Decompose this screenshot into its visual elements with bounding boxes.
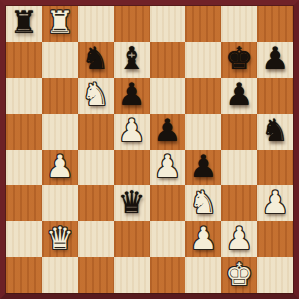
square-c3[interactable] <box>78 185 114 221</box>
piece-white-rook[interactable]: ♜ <box>46 7 74 38</box>
square-c2[interactable] <box>78 221 114 257</box>
square-f6[interactable] <box>185 78 221 114</box>
square-a2[interactable] <box>6 221 42 257</box>
square-f3[interactable]: ♞ <box>185 185 221 221</box>
square-b2[interactable]: ♛ <box>42 221 78 257</box>
square-f4[interactable]: ♟ <box>185 150 221 186</box>
square-g3[interactable] <box>221 185 257 221</box>
piece-white-pawn[interactable]: ♟ <box>154 151 182 182</box>
square-b6[interactable] <box>42 78 78 114</box>
square-d4[interactable] <box>114 150 150 186</box>
square-a8[interactable]: ♜ <box>6 6 42 42</box>
square-e4[interactable]: ♟ <box>150 150 186 186</box>
chess-board-frame: ♜♜♞♝♚♟♞♟♟♟♟♞♟♟♟♛♞♟♛♟♟♚ <box>0 0 299 299</box>
square-a3[interactable] <box>6 185 42 221</box>
piece-black-pawn[interactable]: ♟ <box>189 151 217 182</box>
square-h4[interactable] <box>257 150 293 186</box>
square-d2[interactable] <box>114 221 150 257</box>
square-f5[interactable] <box>185 114 221 150</box>
piece-black-knight[interactable]: ♞ <box>261 115 289 146</box>
square-f1[interactable] <box>185 257 221 293</box>
square-c5[interactable] <box>78 114 114 150</box>
square-f2[interactable]: ♟ <box>185 221 221 257</box>
piece-black-pawn[interactable]: ♟ <box>154 115 182 146</box>
square-d6[interactable]: ♟ <box>114 78 150 114</box>
square-f8[interactable] <box>185 6 221 42</box>
square-h3[interactable]: ♟ <box>257 185 293 221</box>
square-b5[interactable] <box>42 114 78 150</box>
piece-white-knight[interactable]: ♞ <box>189 187 217 218</box>
chess-board: ♜♜♞♝♚♟♞♟♟♟♟♞♟♟♟♛♞♟♛♟♟♚ <box>6 6 293 293</box>
square-c4[interactable] <box>78 150 114 186</box>
piece-black-rook[interactable]: ♜ <box>10 7 38 38</box>
piece-white-pawn[interactable]: ♟ <box>118 115 146 146</box>
square-d8[interactable] <box>114 6 150 42</box>
square-e2[interactable] <box>150 221 186 257</box>
square-h5[interactable]: ♞ <box>257 114 293 150</box>
square-d5[interactable]: ♟ <box>114 114 150 150</box>
square-c8[interactable] <box>78 6 114 42</box>
square-h7[interactable]: ♟ <box>257 42 293 78</box>
piece-black-bishop[interactable]: ♝ <box>118 43 146 74</box>
square-b8[interactable]: ♜ <box>42 6 78 42</box>
square-c1[interactable] <box>78 257 114 293</box>
square-h2[interactable] <box>257 221 293 257</box>
square-d7[interactable]: ♝ <box>114 42 150 78</box>
square-e5[interactable]: ♟ <box>150 114 186 150</box>
piece-white-pawn[interactable]: ♟ <box>225 223 253 254</box>
square-a7[interactable] <box>6 42 42 78</box>
square-e3[interactable] <box>150 185 186 221</box>
square-c6[interactable]: ♞ <box>78 78 114 114</box>
square-g6[interactable]: ♟ <box>221 78 257 114</box>
square-e7[interactable] <box>150 42 186 78</box>
square-g7[interactable]: ♚ <box>221 42 257 78</box>
square-a6[interactable] <box>6 78 42 114</box>
square-b1[interactable] <box>42 257 78 293</box>
square-a1[interactable] <box>6 257 42 293</box>
square-a5[interactable] <box>6 114 42 150</box>
square-f7[interactable] <box>185 42 221 78</box>
square-e8[interactable] <box>150 6 186 42</box>
piece-black-pawn[interactable]: ♟ <box>225 79 253 110</box>
square-g4[interactable] <box>221 150 257 186</box>
piece-black-queen[interactable]: ♛ <box>118 187 146 218</box>
square-b4[interactable]: ♟ <box>42 150 78 186</box>
piece-white-pawn[interactable]: ♟ <box>46 151 74 182</box>
piece-black-pawn[interactable]: ♟ <box>118 79 146 110</box>
piece-black-king[interactable]: ♚ <box>225 43 253 74</box>
piece-white-pawn[interactable]: ♟ <box>261 187 289 218</box>
square-h8[interactable] <box>257 6 293 42</box>
square-e6[interactable] <box>150 78 186 114</box>
square-b7[interactable] <box>42 42 78 78</box>
piece-white-pawn[interactable]: ♟ <box>189 223 217 254</box>
square-h1[interactable] <box>257 257 293 293</box>
piece-white-queen[interactable]: ♛ <box>46 223 74 254</box>
square-g2[interactable]: ♟ <box>221 221 257 257</box>
square-c7[interactable]: ♞ <box>78 42 114 78</box>
square-d3[interactable]: ♛ <box>114 185 150 221</box>
square-g1[interactable]: ♚ <box>221 257 257 293</box>
piece-black-pawn[interactable]: ♟ <box>261 43 289 74</box>
piece-white-knight[interactable]: ♞ <box>82 79 110 110</box>
square-g5[interactable] <box>221 114 257 150</box>
square-d1[interactable] <box>114 257 150 293</box>
square-e1[interactable] <box>150 257 186 293</box>
square-a4[interactable] <box>6 150 42 186</box>
piece-black-knight[interactable]: ♞ <box>82 43 110 74</box>
square-h6[interactable] <box>257 78 293 114</box>
square-b3[interactable] <box>42 185 78 221</box>
square-g8[interactable] <box>221 6 257 42</box>
piece-white-king[interactable]: ♚ <box>225 259 253 290</box>
